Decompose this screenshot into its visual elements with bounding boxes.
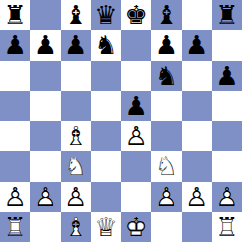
black-pawn[interactable]: ♟ — [0, 30, 30, 60]
square-c7[interactable]: ♟ — [61, 30, 91, 60]
black-pawn[interactable]: ♟ — [121, 91, 151, 121]
square-d7[interactable]: ♞ — [91, 30, 121, 60]
white-bishop[interactable]: ♝♗ — [61, 212, 91, 242]
square-a6[interactable] — [0, 61, 30, 91]
square-f6[interactable]: ♞ — [151, 61, 181, 91]
square-g3[interactable] — [182, 151, 212, 181]
square-b3[interactable] — [30, 151, 60, 181]
white-queen[interactable]: ♛♕ — [91, 212, 121, 242]
white-rook[interactable]: ♜♖ — [0, 212, 30, 242]
black-pawn[interactable]: ♟ — [61, 30, 91, 60]
square-b4[interactable] — [30, 121, 60, 151]
white-knight[interactable]: ♞♘ — [61, 151, 91, 181]
square-f8[interactable]: ♝ — [151, 0, 181, 30]
square-c6[interactable] — [61, 61, 91, 91]
square-f4[interactable] — [151, 121, 181, 151]
square-d2[interactable] — [91, 182, 121, 212]
square-g7[interactable]: ♟ — [182, 30, 212, 60]
square-a8[interactable]: ♜ — [0, 0, 30, 30]
square-e8[interactable]: ♚ — [121, 0, 151, 30]
square-a1[interactable]: ♜♖ — [0, 212, 30, 242]
square-g4[interactable] — [182, 121, 212, 151]
square-h8[interactable]: ♜ — [212, 0, 242, 30]
white-pawn[interactable]: ♟♙ — [151, 182, 181, 212]
square-b7[interactable]: ♟ — [30, 30, 60, 60]
square-f7[interactable]: ♟ — [151, 30, 181, 60]
white-piece-outline: ♙ — [151, 182, 181, 212]
square-d3[interactable] — [91, 151, 121, 181]
square-c8[interactable]: ♝ — [61, 0, 91, 30]
black-king[interactable]: ♚ — [121, 0, 151, 30]
black-pawn[interactable]: ♟ — [212, 61, 242, 91]
black-pawn[interactable]: ♟ — [151, 30, 181, 60]
white-piece-outline: ♗ — [61, 121, 91, 151]
square-c2[interactable]: ♟♙ — [61, 182, 91, 212]
square-a3[interactable] — [0, 151, 30, 181]
square-e5[interactable]: ♟ — [121, 91, 151, 121]
square-f3[interactable]: ♞♘ — [151, 151, 181, 181]
black-rook[interactable]: ♜ — [212, 0, 242, 30]
square-h6[interactable]: ♟ — [212, 61, 242, 91]
white-rook[interactable]: ♜♖ — [212, 212, 242, 242]
square-h1[interactable]: ♜♖ — [212, 212, 242, 242]
square-e3[interactable] — [121, 151, 151, 181]
square-g2[interactable]: ♟♙ — [182, 182, 212, 212]
white-pawn[interactable]: ♟♙ — [212, 182, 242, 212]
black-pawn[interactable]: ♟ — [182, 30, 212, 60]
square-a2[interactable]: ♟♙ — [0, 182, 30, 212]
white-piece-outline: ♙ — [212, 182, 242, 212]
square-b8[interactable] — [30, 0, 60, 30]
white-piece-outline: ♙ — [61, 182, 91, 212]
square-d4[interactable] — [91, 121, 121, 151]
square-g1[interactable] — [182, 212, 212, 242]
square-h4[interactable] — [212, 121, 242, 151]
square-b1[interactable] — [30, 212, 60, 242]
square-f2[interactable]: ♟♙ — [151, 182, 181, 212]
white-piece-outline: ♖ — [0, 212, 30, 242]
black-pawn[interactable]: ♟ — [30, 30, 60, 60]
square-d1[interactable]: ♛♕ — [91, 212, 121, 242]
square-e7[interactable] — [121, 30, 151, 60]
white-pawn[interactable]: ♟♙ — [121, 121, 151, 151]
square-h3[interactable] — [212, 151, 242, 181]
white-piece-outline: ♙ — [182, 182, 212, 212]
white-piece-outline: ♔ — [121, 212, 151, 242]
white-pawn[interactable]: ♟♙ — [30, 182, 60, 212]
square-b2[interactable]: ♟♙ — [30, 182, 60, 212]
black-knight[interactable]: ♞ — [151, 61, 181, 91]
black-queen[interactable]: ♛ — [91, 0, 121, 30]
chess-board: ♜♝♛♚♝♜♟♟♟♞♟♟♞♟♟♝♗♟♙♞♘♞♘♟♙♟♙♟♙♟♙♟♙♟♙♜♖♝♗♛… — [0, 0, 242, 242]
white-piece-outline: ♙ — [30, 182, 60, 212]
square-b6[interactable] — [30, 61, 60, 91]
black-knight[interactable]: ♞ — [91, 30, 121, 60]
black-bishop[interactable]: ♝ — [61, 0, 91, 30]
white-king[interactable]: ♚♔ — [121, 212, 151, 242]
square-e4[interactable]: ♟♙ — [121, 121, 151, 151]
square-f5[interactable] — [151, 91, 181, 121]
square-d8[interactable]: ♛ — [91, 0, 121, 30]
square-c1[interactable]: ♝♗ — [61, 212, 91, 242]
square-e2[interactable] — [121, 182, 151, 212]
square-d6[interactable] — [91, 61, 121, 91]
square-d5[interactable] — [91, 91, 121, 121]
square-h5[interactable] — [212, 91, 242, 121]
square-g6[interactable] — [182, 61, 212, 91]
square-a7[interactable]: ♟ — [0, 30, 30, 60]
white-piece-outline: ♗ — [61, 212, 91, 242]
square-a4[interactable] — [0, 121, 30, 151]
square-h2[interactable]: ♟♙ — [212, 182, 242, 212]
square-e6[interactable] — [121, 61, 151, 91]
white-pawn[interactable]: ♟♙ — [182, 182, 212, 212]
black-bishop[interactable]: ♝ — [151, 0, 181, 30]
white-knight[interactable]: ♞♘ — [151, 151, 181, 181]
square-c3[interactable]: ♞♘ — [61, 151, 91, 181]
white-pawn[interactable]: ♟♙ — [0, 182, 30, 212]
white-piece-outline: ♘ — [151, 151, 181, 181]
white-piece-outline: ♘ — [61, 151, 91, 181]
white-piece-outline: ♖ — [212, 212, 242, 242]
square-f1[interactable] — [151, 212, 181, 242]
square-g8[interactable] — [182, 0, 212, 30]
square-a5[interactable] — [0, 91, 30, 121]
white-pawn[interactable]: ♟♙ — [61, 182, 91, 212]
white-piece-outline: ♕ — [91, 212, 121, 242]
white-piece-outline: ♙ — [121, 121, 151, 151]
square-c4[interactable]: ♝♗ — [61, 121, 91, 151]
square-h7[interactable] — [212, 30, 242, 60]
black-rook[interactable]: ♜ — [0, 0, 30, 30]
white-piece-outline: ♙ — [0, 182, 30, 212]
square-e1[interactable]: ♚♔ — [121, 212, 151, 242]
square-c5[interactable] — [61, 91, 91, 121]
square-g5[interactable] — [182, 91, 212, 121]
square-b5[interactable] — [30, 91, 60, 121]
white-bishop[interactable]: ♝♗ — [61, 121, 91, 151]
